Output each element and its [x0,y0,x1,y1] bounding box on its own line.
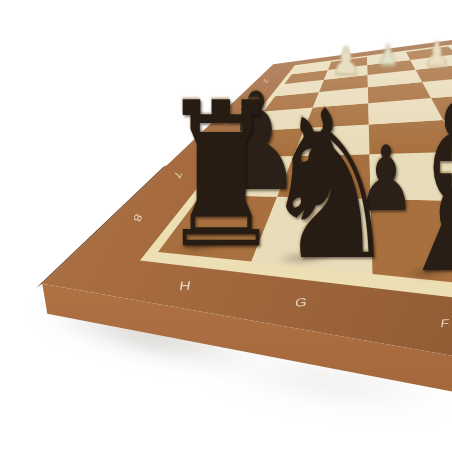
chessboard-photo: 8765432HGF ♟♟♟♝♟♟♞♜ [0,0,452,452]
piece-black-rook-h8: ♜ [160,76,282,276]
